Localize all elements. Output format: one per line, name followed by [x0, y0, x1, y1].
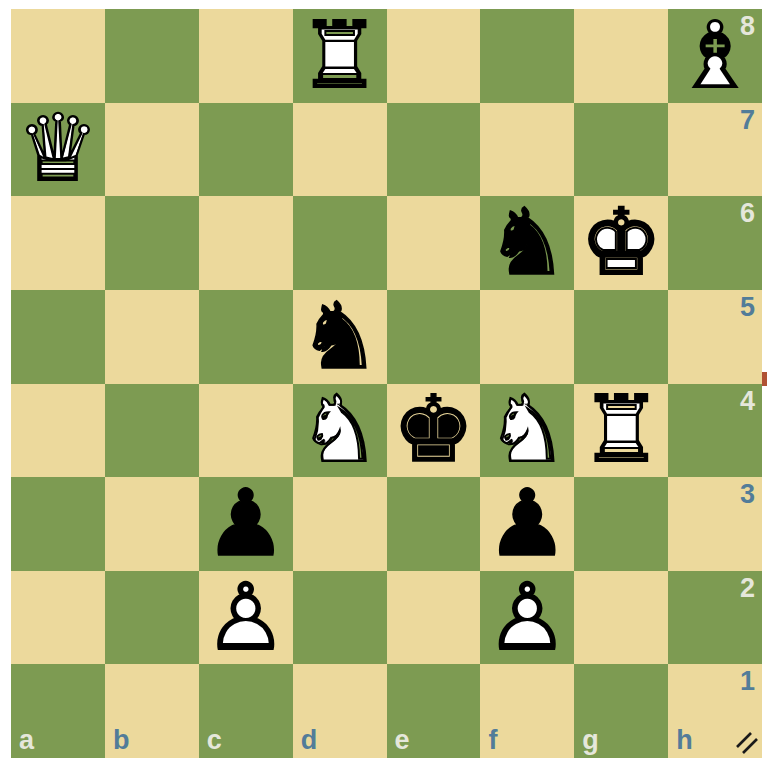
- white-knight-outline-glyph: ♘: [293, 384, 387, 478]
- square-a8[interactable]: [11, 9, 105, 103]
- square-b4[interactable]: [105, 384, 199, 478]
- file-label-g: g: [582, 727, 599, 754]
- square-d2[interactable]: [293, 571, 387, 665]
- square-d1[interactable]: d: [293, 664, 387, 758]
- square-b1[interactable]: b: [105, 664, 199, 758]
- square-d7[interactable]: [293, 103, 387, 197]
- square-e1[interactable]: e: [387, 664, 481, 758]
- square-f4[interactable]: ♞♘: [480, 384, 574, 478]
- white-rook-outline-glyph: ♖: [293, 9, 387, 103]
- square-c5[interactable]: [199, 290, 293, 384]
- square-f5[interactable]: [480, 290, 574, 384]
- white-pawn[interactable]: ♟♙: [480, 571, 574, 665]
- square-f7[interactable]: [480, 103, 574, 197]
- white-knight-outline-glyph: ♘: [480, 384, 574, 478]
- square-b8[interactable]: [105, 9, 199, 103]
- white-pawn-outline-glyph: ♙: [199, 571, 293, 665]
- square-d4[interactable]: ♞♘: [293, 384, 387, 478]
- square-g8[interactable]: [574, 9, 668, 103]
- black-king[interactable]: ♚: [387, 384, 481, 478]
- black-pawn-glyph: ♟: [480, 477, 574, 571]
- square-c8[interactable]: [199, 9, 293, 103]
- black-knight[interactable]: ♞: [293, 290, 387, 384]
- square-h6[interactable]: 6: [668, 196, 762, 290]
- square-h1[interactable]: 1h: [668, 664, 762, 758]
- square-g5[interactable]: [574, 290, 668, 384]
- square-g7[interactable]: [574, 103, 668, 197]
- black-king-glyph: ♚: [387, 384, 481, 478]
- square-b6[interactable]: [105, 196, 199, 290]
- file-label-a: a: [19, 727, 34, 754]
- rank-label-6: 6: [740, 200, 755, 227]
- square-f3[interactable]: ♟: [480, 477, 574, 571]
- square-c3[interactable]: ♟: [199, 477, 293, 571]
- square-b2[interactable]: [105, 571, 199, 665]
- square-g1[interactable]: g: [574, 664, 668, 758]
- square-h5[interactable]: 5: [668, 290, 762, 384]
- file-label-c: c: [207, 727, 222, 754]
- square-e8[interactable]: [387, 9, 481, 103]
- rank-label-5: 5: [740, 294, 755, 321]
- square-b5[interactable]: [105, 290, 199, 384]
- rank-label-1: 1: [740, 668, 755, 695]
- square-d8[interactable]: ♜♖: [293, 9, 387, 103]
- rank-label-7: 7: [740, 107, 755, 134]
- square-b7[interactable]: [105, 103, 199, 197]
- square-e5[interactable]: [387, 290, 481, 384]
- square-a2[interactable]: [11, 571, 105, 665]
- square-e7[interactable]: [387, 103, 481, 197]
- black-pawn[interactable]: ♟: [199, 477, 293, 571]
- square-g3[interactable]: [574, 477, 668, 571]
- black-pawn[interactable]: ♟: [480, 477, 574, 571]
- white-rook[interactable]: ♜♖: [293, 9, 387, 103]
- square-g4[interactable]: ♜♖: [574, 384, 668, 478]
- file-label-b: b: [113, 727, 130, 754]
- white-knight[interactable]: ♞♘: [480, 384, 574, 478]
- square-d3[interactable]: [293, 477, 387, 571]
- file-label-d: d: [301, 727, 318, 754]
- square-f2[interactable]: ♟♙: [480, 571, 574, 665]
- square-h7[interactable]: 7: [668, 103, 762, 197]
- square-f6[interactable]: ♞: [480, 196, 574, 290]
- black-knight[interactable]: ♞: [480, 196, 574, 290]
- file-label-f: f: [488, 727, 497, 754]
- black-pawn-glyph: ♟: [199, 477, 293, 571]
- white-queen-outline-glyph: ♕: [11, 103, 105, 197]
- board-resize-handle-icon[interactable]: [736, 732, 758, 754]
- square-d5[interactable]: ♞: [293, 290, 387, 384]
- white-knight[interactable]: ♞♘: [293, 384, 387, 478]
- white-rook[interactable]: ♜♖: [574, 384, 668, 478]
- square-c6[interactable]: [199, 196, 293, 290]
- chess-board: ♜♖8♝♗♛♕7♞♚♔6♞5♞♘♚♞♘♜♖4♟♟3♟♙♟♙2abcdefg1h: [11, 9, 762, 758]
- file-label-e: e: [395, 727, 410, 754]
- rank-label-2: 2: [740, 575, 755, 602]
- white-rook-outline-glyph: ♖: [574, 384, 668, 478]
- rank-label-3: 3: [740, 481, 755, 508]
- rank-label-4: 4: [740, 388, 755, 415]
- white-queen[interactable]: ♛♕: [11, 103, 105, 197]
- square-a1[interactable]: a: [11, 664, 105, 758]
- square-a7[interactable]: ♛♕: [11, 103, 105, 197]
- white-king-outline-glyph: ♔: [574, 196, 668, 290]
- square-e2[interactable]: [387, 571, 481, 665]
- white-bishop[interactable]: ♝♗: [668, 9, 762, 103]
- square-f8[interactable]: [480, 9, 574, 103]
- white-pawn-outline-glyph: ♙: [480, 571, 574, 665]
- square-h8[interactable]: 8♝♗: [668, 9, 762, 103]
- square-a6[interactable]: [11, 196, 105, 290]
- file-label-h: h: [676, 727, 693, 754]
- black-knight-glyph: ♞: [480, 196, 574, 290]
- square-g2[interactable]: [574, 571, 668, 665]
- square-g6[interactable]: ♚♔: [574, 196, 668, 290]
- square-b3[interactable]: [105, 477, 199, 571]
- square-a4[interactable]: [11, 384, 105, 478]
- square-f1[interactable]: f: [480, 664, 574, 758]
- square-c4[interactable]: [199, 384, 293, 478]
- square-h4[interactable]: 4: [668, 384, 762, 478]
- square-e3[interactable]: [387, 477, 481, 571]
- white-pawn[interactable]: ♟♙: [199, 571, 293, 665]
- square-a3[interactable]: [11, 477, 105, 571]
- square-h2[interactable]: 2: [668, 571, 762, 665]
- square-a5[interactable]: [11, 290, 105, 384]
- square-e6[interactable]: [387, 196, 481, 290]
- square-e4[interactable]: ♚: [387, 384, 481, 478]
- square-d6[interactable]: [293, 196, 387, 290]
- white-bishop-outline-glyph: ♗: [668, 9, 762, 103]
- square-h3[interactable]: 3: [668, 477, 762, 571]
- square-c2[interactable]: ♟♙: [199, 571, 293, 665]
- white-king[interactable]: ♚♔: [574, 196, 668, 290]
- square-c7[interactable]: [199, 103, 293, 197]
- black-knight-glyph: ♞: [293, 290, 387, 384]
- square-c1[interactable]: c: [199, 664, 293, 758]
